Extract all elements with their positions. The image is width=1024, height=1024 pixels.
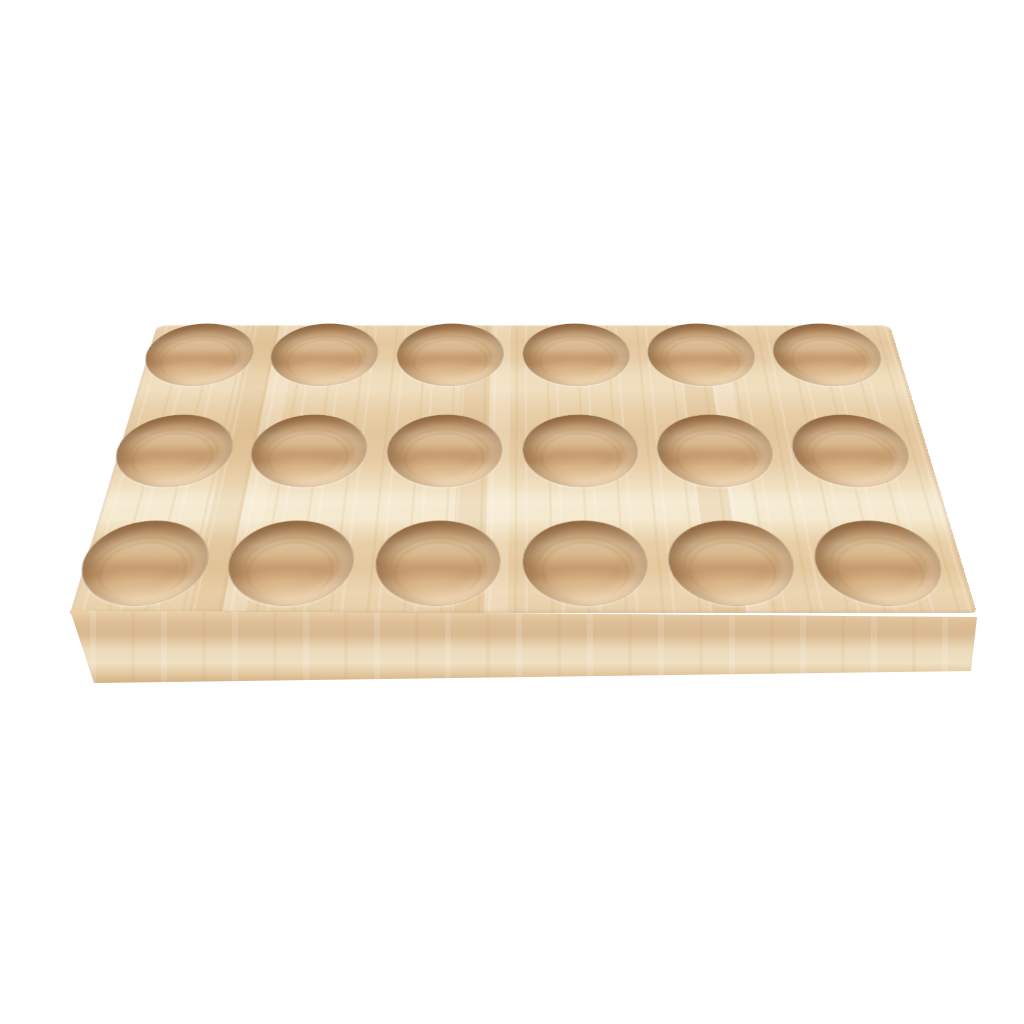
mancala-board-top	[70, 325, 977, 613]
pit-r1c3[interactable]	[394, 324, 504, 386]
pit-grid	[52, 311, 969, 625]
pit-r3c5[interactable]	[665, 521, 801, 606]
pit-r1c6[interactable]	[768, 324, 889, 386]
product-photo-scene	[0, 0, 1024, 1024]
pit-r2c4[interactable]	[523, 415, 640, 487]
pit-r1c5[interactable]	[645, 324, 760, 386]
pit-r3c2[interactable]	[221, 521, 358, 606]
pit-r2c1[interactable]	[106, 415, 239, 487]
pit-r3c1[interactable]	[70, 521, 216, 606]
pit-r1c4[interactable]	[523, 324, 632, 386]
pit-r1c2[interactable]	[266, 324, 382, 386]
pit-r2c2[interactable]	[245, 415, 371, 487]
pit-r3c6[interactable]	[808, 521, 952, 606]
pit-r2c6[interactable]	[786, 415, 918, 487]
pit-r2c3[interactable]	[384, 415, 502, 487]
pit-r3c3[interactable]	[372, 521, 501, 606]
pit-r2c5[interactable]	[655, 415, 779, 487]
pit-r3c4[interactable]	[523, 521, 650, 606]
pit-r1c1[interactable]	[137, 324, 259, 386]
